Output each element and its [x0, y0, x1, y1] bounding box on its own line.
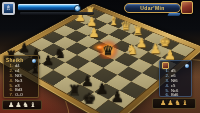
player2-accent-chip — [167, 13, 180, 16]
move-row: 7.O-O — [6, 93, 36, 98]
captured-piece-pawn-icon: ♟ — [167, 100, 173, 107]
move-san: O-O — [15, 93, 23, 98]
move-number: 7. — [6, 93, 13, 98]
move-list-panel-left: Sheikh 1.d42.c43.Nf34.Nc35.e36.Bd37.O-O — [3, 55, 39, 98]
game-screen: ♜♝♛♜♚♟♟♟♟♟♟♞♛♞♟♟♟♟♟♟♜♝♜♚ ♗ Udar'Min Shei… — [0, 0, 200, 113]
chess-piece-icon: ♗ — [5, 4, 11, 12]
captured-piece-pawn-icon: ♟ — [160, 100, 166, 107]
gem-icon — [185, 64, 189, 68]
captured-tray-left: ♟♟♞♝ — [2, 100, 42, 110]
player2-name: Udar'Min — [140, 5, 164, 11]
player2-portrait[interactable] — [181, 1, 193, 14]
move-list-panel-right: 1.d52.e63.Nf64.c55.Nc66.Bd67.Qe4 — [159, 60, 192, 97]
captured-piece-bishop-icon: ♝ — [182, 100, 188, 107]
player2-name-banner: Udar'Min — [124, 3, 181, 13]
captured-piece-knight-icon: ♞ — [175, 100, 181, 107]
captured-piece-pawn-icon: ♟ — [8, 102, 14, 109]
captured-piece-pawn-icon: ♟ — [15, 102, 21, 109]
timer-gem-icon — [74, 5, 81, 12]
player1-emblem-tile: ♗ — [2, 2, 15, 15]
player1-timer-bar — [17, 3, 80, 11]
captured-piece-bishop-icon: ♝ — [30, 102, 36, 109]
gem-icon — [32, 59, 36, 63]
captured-tray-right: ♟♟♞♝ — [152, 98, 196, 109]
captured-piece-knight-icon: ♞ — [23, 102, 29, 109]
player1-secondary-bar — [20, 12, 94, 15]
move-list-left-rows: 1.d42.c43.Nf34.Nc35.e36.Bd37.O-O — [6, 64, 36, 98]
